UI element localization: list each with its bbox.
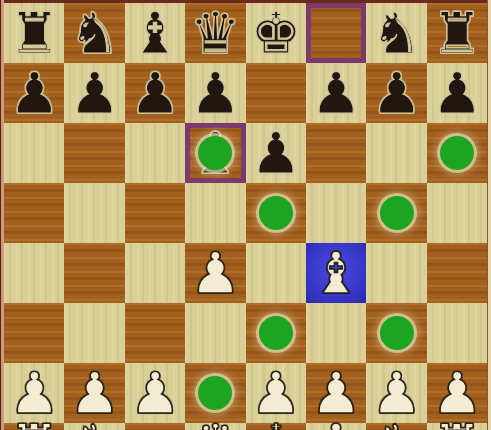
square-h1[interactable]: ♜ [427, 423, 487, 430]
square-d3[interactable] [185, 303, 245, 363]
square-b6[interactable] [64, 123, 124, 183]
square-f2[interactable]: ♟ [306, 363, 366, 423]
square-a4[interactable] [4, 243, 64, 303]
square-b8[interactable]: ♞ [64, 3, 124, 63]
legal-move-dot-g5 [380, 196, 414, 230]
black-rook-a8: ♜ [4, 3, 64, 63]
white-pawn-b2: ♟ [64, 363, 124, 423]
square-b3[interactable] [64, 303, 124, 363]
black-pawn-g7: ♟ [366, 63, 426, 123]
square-b7[interactable]: ♟ [64, 63, 124, 123]
square-g2[interactable]: ♟ [366, 363, 426, 423]
square-h5[interactable] [427, 183, 487, 243]
square-b1[interactable]: ♞ [64, 423, 124, 430]
square-e5[interactable] [246, 183, 306, 243]
black-pawn-f7: ♟ [306, 63, 366, 123]
board-frame-left [0, 0, 4, 430]
square-a7[interactable]: ♟ [4, 63, 64, 123]
black-king-e8: ♚ [246, 3, 306, 63]
legal-move-dot-d6 [198, 136, 232, 170]
white-pawn-c2: ♟ [125, 363, 185, 423]
square-a8[interactable]: ♜ [4, 3, 64, 63]
legal-move-dot-e5 [259, 196, 293, 230]
square-g4[interactable] [366, 243, 426, 303]
square-e8[interactable]: ♚ [246, 3, 306, 63]
black-pawn-b7: ♟ [64, 63, 124, 123]
white-pawn-d4: ♟ [185, 243, 245, 303]
square-a6[interactable] [4, 123, 64, 183]
white-pawn-g2: ♟ [366, 363, 426, 423]
square-a3[interactable] [4, 303, 64, 363]
black-pawn-a7: ♟ [4, 63, 64, 123]
square-e4[interactable] [246, 243, 306, 303]
chess-board: ♜♞♝♛♚♞♜♟♟♟♟♟♟♟♝♟♟♝♟♟♟♟♟♟♟♜♞♛♚♝♞♜ [4, 3, 487, 430]
square-c8[interactable]: ♝ [125, 3, 185, 63]
black-knight-g8: ♞ [366, 3, 426, 63]
square-d5[interactable] [185, 183, 245, 243]
square-d7[interactable]: ♟ [185, 63, 245, 123]
black-pawn-c7: ♟ [125, 63, 185, 123]
black-knight-b8: ♞ [64, 3, 124, 63]
square-f4[interactable]: ♝ [306, 243, 366, 303]
black-pawn-e6: ♟ [246, 123, 306, 183]
square-e3[interactable] [246, 303, 306, 363]
square-e6[interactable]: ♟ [246, 123, 306, 183]
square-d6[interactable]: ♝ [185, 123, 245, 183]
square-d1[interactable]: ♛ [185, 423, 245, 430]
board-frame-right [487, 0, 491, 430]
board-frame-top [0, 0, 491, 3]
square-a5[interactable] [4, 183, 64, 243]
square-g1[interactable]: ♞ [366, 423, 426, 430]
legal-move-dot-h6 [440, 136, 474, 170]
square-h6[interactable] [427, 123, 487, 183]
square-f1[interactable]: ♝ [306, 423, 366, 430]
square-g5[interactable] [366, 183, 426, 243]
square-c2[interactable]: ♟ [125, 363, 185, 423]
square-c6[interactable] [125, 123, 185, 183]
square-e2[interactable]: ♟ [246, 363, 306, 423]
chess-app: ♜♞♝♛♚♞♜♟♟♟♟♟♟♟♝♟♟♝♟♟♟♟♟♟♟♜♞♛♚♝♞♜ [0, 0, 491, 430]
square-b2[interactable]: ♟ [64, 363, 124, 423]
square-b4[interactable] [64, 243, 124, 303]
square-e7[interactable] [246, 63, 306, 123]
square-h2[interactable]: ♟ [427, 363, 487, 423]
square-f6[interactable] [306, 123, 366, 183]
square-f7[interactable]: ♟ [306, 63, 366, 123]
black-rook-h8: ♜ [427, 3, 487, 63]
square-b5[interactable] [64, 183, 124, 243]
black-pawn-h7: ♟ [427, 63, 487, 123]
white-pawn-h2: ♟ [427, 363, 487, 423]
square-c7[interactable]: ♟ [125, 63, 185, 123]
square-f3[interactable] [306, 303, 366, 363]
black-bishop-c8: ♝ [125, 3, 185, 63]
black-pawn-d7: ♟ [185, 63, 245, 123]
black-queen-d8: ♛ [185, 3, 245, 63]
legal-move-dot-e3 [259, 316, 293, 350]
square-e1[interactable]: ♚ [246, 423, 306, 430]
legal-move-dot-d2 [198, 376, 232, 410]
square-h7[interactable]: ♟ [427, 63, 487, 123]
square-f8[interactable] [306, 3, 366, 63]
square-h8[interactable]: ♜ [427, 3, 487, 63]
square-a2[interactable]: ♟ [4, 363, 64, 423]
square-d4[interactable]: ♟ [185, 243, 245, 303]
white-pawn-e2: ♟ [246, 363, 306, 423]
square-c4[interactable] [125, 243, 185, 303]
white-pawn-f2: ♟ [306, 363, 366, 423]
square-g7[interactable]: ♟ [366, 63, 426, 123]
square-c3[interactable] [125, 303, 185, 363]
square-g6[interactable] [366, 123, 426, 183]
white-pawn-a2: ♟ [4, 363, 64, 423]
square-c1[interactable] [125, 423, 185, 430]
square-d8[interactable]: ♛ [185, 3, 245, 63]
square-h4[interactable] [427, 243, 487, 303]
square-d2[interactable] [185, 363, 245, 423]
square-g3[interactable] [366, 303, 426, 363]
square-f5[interactable] [306, 183, 366, 243]
white-bishop-f4: ♝ [306, 243, 366, 303]
legal-move-dot-g3 [380, 316, 414, 350]
square-h3[interactable] [427, 303, 487, 363]
square-c5[interactable] [125, 183, 185, 243]
square-a1[interactable]: ♜ [4, 423, 64, 430]
square-g8[interactable]: ♞ [366, 3, 426, 63]
